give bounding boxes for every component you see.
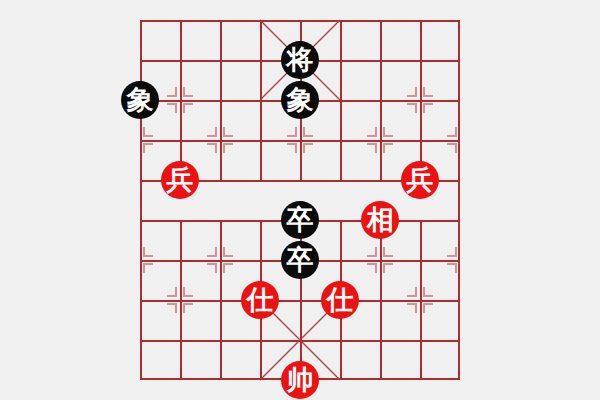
piece-red-soldier[interactable]: 兵: [161, 161, 199, 199]
piece-black-soldier[interactable]: 卒: [281, 241, 319, 279]
piece-red-soldier[interactable]: 兵: [401, 161, 439, 199]
piece-black-elephant[interactable]: 象: [121, 81, 159, 119]
piece-red-advisor[interactable]: 仕: [241, 281, 279, 319]
piece-red-advisor[interactable]: 仕: [321, 281, 359, 319]
pieces-layer: 将象象兵兵卒相卒仕仕帅: [0, 0, 600, 400]
piece-red-elephant[interactable]: 相: [361, 201, 399, 239]
piece-black-general[interactable]: 将: [281, 41, 319, 79]
xiangqi-screenshot: 将象象兵兵卒相卒仕仕帅: [0, 0, 600, 400]
piece-black-soldier[interactable]: 卒: [281, 201, 319, 239]
piece-red-general[interactable]: 帅: [281, 361, 319, 399]
piece-black-elephant[interactable]: 象: [281, 81, 319, 119]
